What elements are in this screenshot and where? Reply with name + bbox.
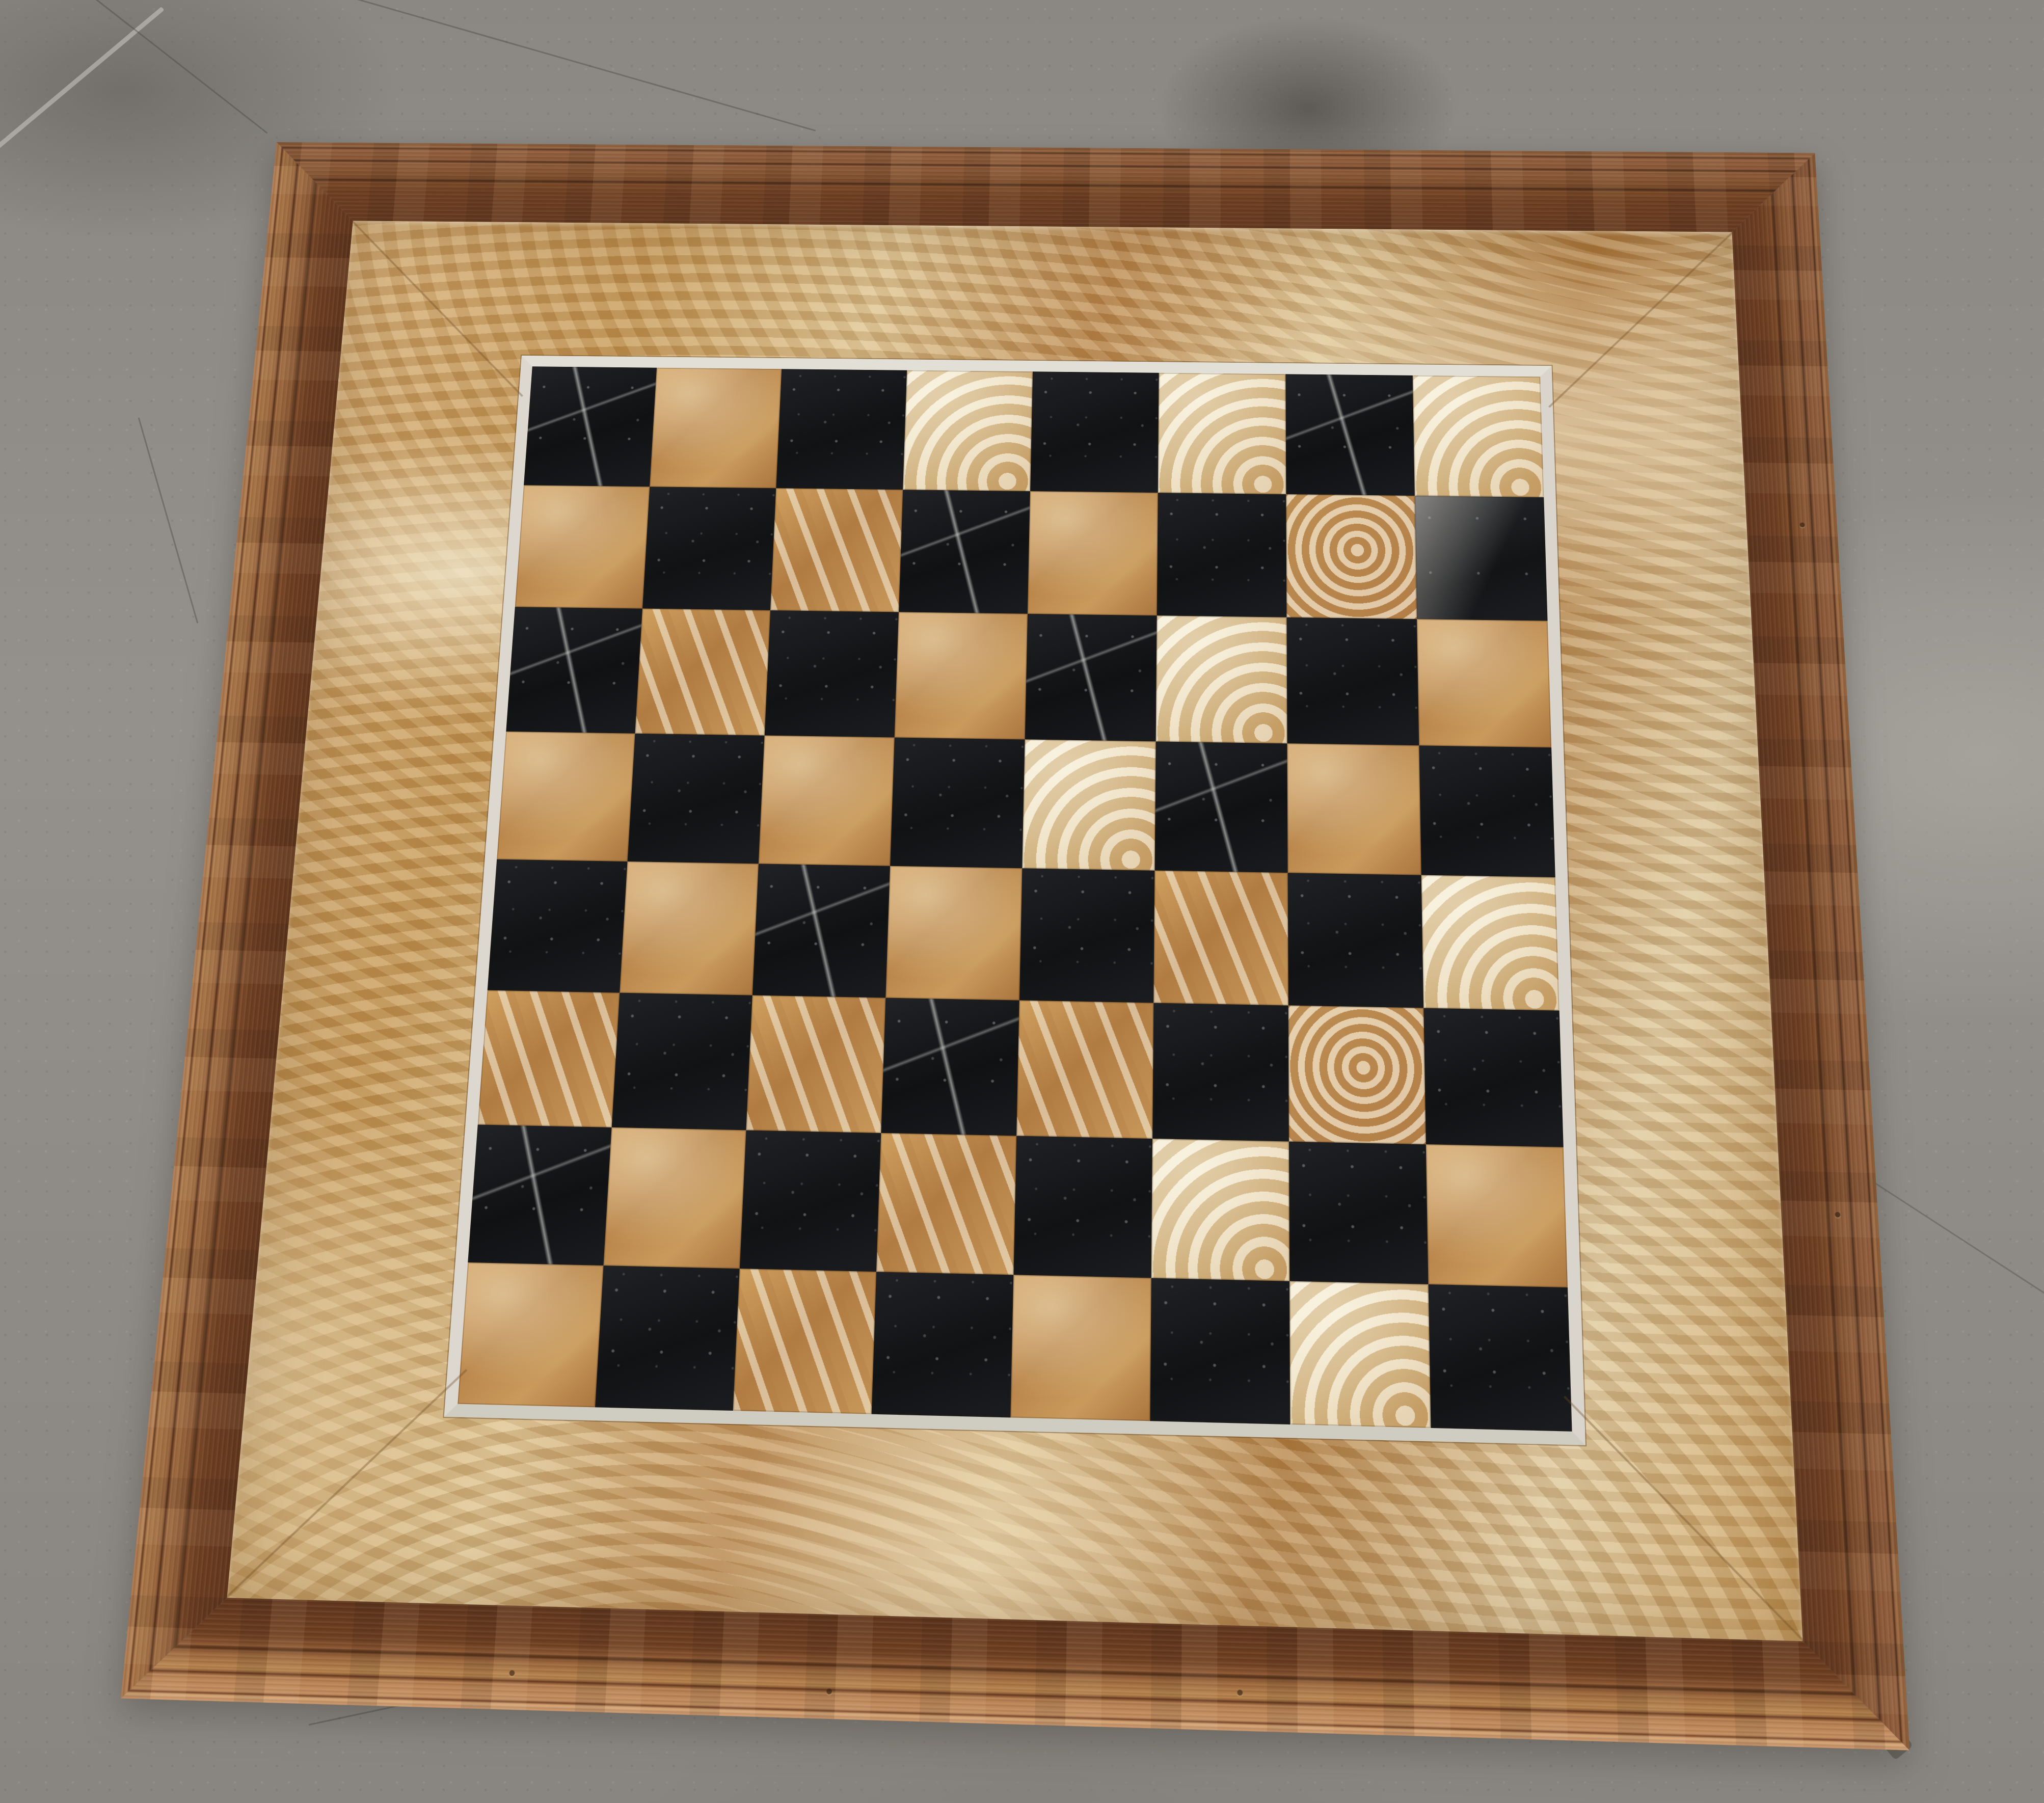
square-a8[interactable]: [524, 366, 657, 487]
miter-seam: [348, 221, 523, 397]
square-d4[interactable]: [885, 866, 1022, 1001]
square-b7[interactable]: [642, 487, 776, 610]
square-h8[interactable]: [1413, 375, 1544, 497]
square-c2[interactable]: [740, 1130, 881, 1272]
square-d7[interactable]: [899, 490, 1030, 614]
square-g5[interactable]: [1287, 743, 1421, 875]
square-f6[interactable]: [1156, 615, 1287, 743]
square-a3[interactable]: [478, 990, 620, 1127]
square-b6[interactable]: [635, 609, 770, 736]
wood-frame-top: [268, 142, 1819, 233]
nail-detail: [1835, 1212, 1840, 1218]
miter-seam: [1548, 229, 1736, 408]
square-a5[interactable]: [497, 732, 635, 862]
square-g3[interactable]: [1288, 1005, 1426, 1144]
square-h1[interactable]: [1429, 1284, 1572, 1432]
square-f2[interactable]: [1151, 1139, 1289, 1281]
onyx-border: [227, 221, 1803, 1641]
square-e4[interactable]: [1019, 868, 1155, 1003]
square-d8[interactable]: [903, 370, 1033, 491]
square-f3[interactable]: [1152, 1003, 1289, 1141]
square-d6[interactable]: [895, 612, 1028, 739]
square-c8[interactable]: [776, 369, 907, 490]
square-f4[interactable]: [1153, 871, 1288, 1006]
concrete-floor: [0, 0, 2044, 1803]
square-e5[interactable]: [1022, 739, 1155, 870]
square-c6[interactable]: [765, 610, 899, 738]
square-a6[interactable]: [506, 607, 642, 734]
square-c3[interactable]: [746, 995, 885, 1133]
square-a7[interactable]: [515, 485, 650, 608]
square-h2[interactable]: [1426, 1144, 1568, 1287]
white-marble-border: [444, 356, 1586, 1445]
square-e8[interactable]: [1030, 371, 1159, 493]
square-b4[interactable]: [620, 862, 759, 995]
nail-detail: [509, 1670, 515, 1676]
square-h5[interactable]: [1419, 745, 1555, 877]
square-d1[interactable]: [872, 1272, 1014, 1417]
square-d5[interactable]: [890, 737, 1025, 868]
square-h3[interactable]: [1423, 1008, 1564, 1147]
square-g1[interactable]: [1289, 1281, 1431, 1428]
square-b3[interactable]: [612, 993, 752, 1131]
square-g2[interactable]: [1289, 1142, 1429, 1284]
square-b8[interactable]: [650, 368, 782, 488]
miter-seam: [227, 1369, 467, 1602]
square-d2[interactable]: [876, 1133, 1016, 1275]
square-f7[interactable]: [1157, 493, 1287, 617]
square-c1[interactable]: [733, 1269, 876, 1414]
square-h6[interactable]: [1417, 619, 1551, 747]
square-a1[interactable]: [458, 1262, 603, 1407]
square-h4[interactable]: [1421, 875, 1559, 1011]
square-f1[interactable]: [1150, 1278, 1290, 1424]
square-e3[interactable]: [1016, 1000, 1153, 1139]
floor-crack: [138, 417, 199, 624]
floor-form-line: [0, 7, 165, 151]
square-e7[interactable]: [1028, 491, 1158, 615]
square-b5[interactable]: [628, 734, 765, 864]
floor-crack: [336, 0, 816, 131]
square-a4[interactable]: [488, 859, 628, 993]
square-f5[interactable]: [1154, 741, 1287, 873]
square-b1[interactable]: [595, 1266, 740, 1411]
square-g6[interactable]: [1286, 617, 1419, 746]
square-h7[interactable]: [1415, 496, 1548, 621]
square-g7[interactable]: [1286, 494, 1417, 619]
square-e6[interactable]: [1025, 614, 1157, 742]
square-e2[interactable]: [1013, 1136, 1152, 1278]
square-e1[interactable]: [1010, 1275, 1151, 1421]
square-a2[interactable]: [468, 1124, 611, 1266]
square-c5[interactable]: [759, 736, 895, 866]
square-g4[interactable]: [1288, 873, 1424, 1008]
chess-table: [121, 142, 1909, 1751]
square-d3[interactable]: [881, 998, 1019, 1136]
square-g8[interactable]: [1285, 374, 1415, 496]
square-c7[interactable]: [770, 488, 903, 612]
square-c4[interactable]: [752, 864, 890, 998]
miter-seam: [1564, 1396, 1803, 1641]
chessboard: [458, 366, 1572, 1431]
square-f8[interactable]: [1158, 373, 1286, 494]
square-b2[interactable]: [604, 1127, 746, 1269]
